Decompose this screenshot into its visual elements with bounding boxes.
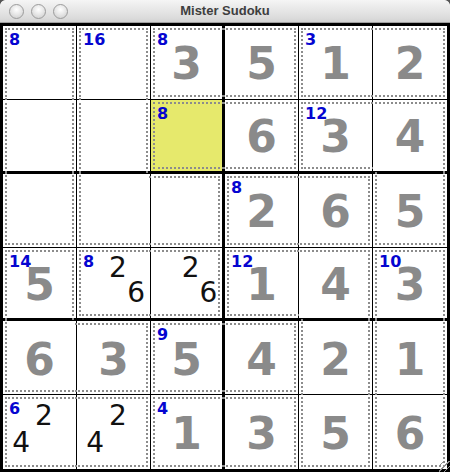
cell-value: 6 [225,100,298,171]
cell-value: 1 [151,395,222,469]
cell-r4c1[interactable]: 145 [3,248,77,322]
cell-r2c2[interactable] [77,100,151,174]
cell-value: 2 [225,174,298,247]
cell-value: 6 [299,174,372,247]
pencil-mark: 4 [12,425,30,458]
cell-r3c6[interactable]: 5 [373,174,447,248]
resize-grip-icon[interactable] [439,461,450,472]
cell-r6c4[interactable]: 3 [225,395,299,469]
cell-r3c2[interactable] [77,174,151,248]
cell-value: 2 [373,26,447,99]
cell-r6c3[interactable]: 41 [151,395,225,469]
title-bar[interactable]: Mister Sudoku [0,0,450,23]
cell-r4c2[interactable]: 826 [77,248,151,322]
cell-r1c6[interactable]: 2 [373,26,447,100]
pencil-mark: 2 [35,399,53,432]
pencil-mark: 6 [127,276,145,309]
pencil-mark: 2 [109,399,127,432]
cell-r2c5[interactable]: 123 [299,100,373,174]
cell-value: 1 [225,248,298,319]
cell-value: 4 [373,100,447,171]
killer-sudoku-board: 8168353128612348265145826261214103639542… [0,23,450,472]
cage-border [5,98,74,173]
cell-r1c5[interactable]: 31 [299,26,373,100]
cage-sum-label: 6 [9,399,20,418]
cage-border [79,172,152,245]
cell-r2c4[interactable]: 6 [225,100,299,174]
cell-r3c3[interactable] [151,174,225,248]
cell-value: 3 [373,248,447,319]
cage-sum-label: 16 [83,30,105,49]
cell-r2c1[interactable] [3,100,77,174]
window-title: Mister Sudoku [0,0,450,22]
cell-r3c4[interactable]: 82 [225,174,299,248]
cell-r6c5[interactable]: 5 [299,395,373,469]
cell-value: 5 [3,248,76,319]
cell-r5c5[interactable]: 2 [299,321,373,395]
cell-value: 2 [299,321,372,394]
cell-r1c1[interactable]: 8 [3,26,77,100]
cage-border [79,98,148,173]
cell-value: 3 [299,100,372,171]
cell-value: 1 [299,26,372,99]
pencil-mark: 6 [200,276,218,309]
cell-value: 5 [225,26,298,99]
cell-value: 6 [3,321,76,394]
cell-r3c1[interactable] [3,174,77,248]
app-window: Mister Sudoku 81683531286123482651458262… [0,0,450,472]
cell-r4c5[interactable]: 4 [299,248,373,322]
cage-border [149,176,220,245]
cell-value: 6 [373,395,447,469]
cell-r1c4[interactable]: 5 [225,26,299,100]
cell-value: 3 [225,395,298,469]
cell-value: 5 [151,321,222,394]
cell-value: 1 [373,321,447,394]
cage-border [5,172,74,245]
cell-value: 5 [373,174,447,247]
cell-value: 3 [151,26,222,99]
cell-value: 5 [299,395,372,469]
cell-r2c3[interactable]: 8 [151,100,225,174]
cell-value: 3 [77,321,150,394]
cell-value: 4 [299,248,372,319]
cell-r4c3[interactable]: 26 [151,248,225,322]
pencil-mark: 2 [182,250,200,283]
cage-sum-label: 8 [9,30,20,49]
cell-r1c3[interactable]: 83 [151,26,225,100]
pencil-mark: 2 [109,250,127,283]
cage-sum-label: 8 [83,252,94,271]
cell-r2c6[interactable]: 4 [373,100,447,174]
cell-r5c4[interactable]: 4 [225,321,299,395]
cell-r5c1[interactable]: 6 [3,321,77,395]
cell-r4c4[interactable]: 121 [225,248,299,322]
cell-r5c3[interactable]: 95 [151,321,225,395]
cell-r1c2[interactable]: 16 [77,26,151,100]
cell-r6c2[interactable]: 24 [77,395,151,469]
cell-value: 4 [225,321,298,394]
cell-r3c5[interactable]: 6 [299,174,373,248]
cell-r5c2[interactable]: 3 [77,321,151,395]
cage-sum-label: 8 [157,104,168,123]
pencil-mark: 4 [86,425,104,458]
cell-r6c1[interactable]: 624 [3,395,77,469]
cell-r5c6[interactable]: 1 [373,321,447,395]
cell-r6c6[interactable]: 6 [373,395,447,469]
cell-r4c6[interactable]: 103 [373,248,447,322]
